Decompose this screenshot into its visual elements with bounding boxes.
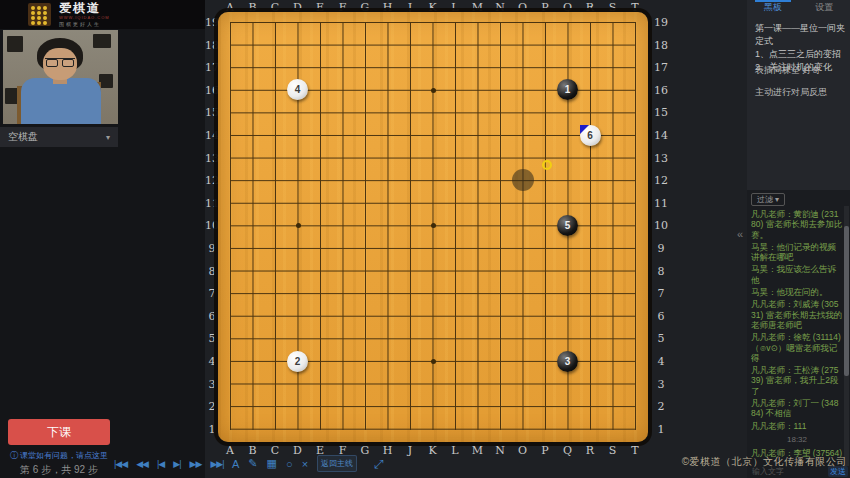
copyright-notice: ©爱棋道（北京）文化传播有限公司 [682, 455, 847, 469]
coordinate-label: 9 [652, 242, 670, 255]
playback-jump-end-button[interactable]: ▶▶| [208, 456, 225, 472]
wall-poster [99, 74, 113, 88]
go-board[interactable]: 123456 [218, 12, 648, 442]
coordinate-label: R [581, 444, 599, 457]
chat-message: 马昊：他现在问的。 [751, 287, 843, 297]
brand-url: WWW.IQIDAO.COM [59, 16, 110, 20]
coordinate-label: L [446, 444, 464, 457]
info-icon: ⓘ [10, 451, 18, 460]
playback-controls: |◀◀◀◀|◀▶|▶▶▶▶| [112, 456, 226, 472]
teacher-webcam-video [3, 30, 118, 124]
stone-white-4[interactable]: 4 [287, 79, 308, 100]
text-label-tool-icon[interactable]: A [232, 458, 239, 470]
coordinate-label: T [626, 444, 644, 457]
end-class-button[interactable]: 下课 [8, 419, 110, 445]
ghost-stone [512, 169, 534, 191]
teacher-pointer-icon [542, 160, 552, 170]
coordinate-label: 5 [652, 332, 670, 345]
coordinate-label: 4 [652, 355, 670, 368]
chat-message-list: 凡凡老师：黄韵迪 (23180) 雷老师长期去参加比赛。马昊：他们记录的视频讲解… [751, 209, 843, 457]
playback-fast-forward-button[interactable]: ▶▶ [188, 456, 204, 472]
stone-black-3[interactable]: 3 [557, 351, 578, 372]
stone-white-6[interactable]: 6 [580, 125, 601, 146]
teacher-shirt [21, 78, 101, 124]
playback-fast-backward-button[interactable]: ◀◀ [134, 456, 150, 472]
coordinate-label: 12 [652, 174, 670, 187]
coordinate-label: J [401, 444, 419, 457]
wall-poster [93, 34, 111, 48]
app-root: 爱棋道 WWW.IQIDAO.COM 围棋更好人生 空棋盘 ▾ 下课 ⓘ 课堂 [0, 0, 850, 478]
brand-title: 爱棋道 [59, 2, 110, 14]
go-board-panel: ABCDEFGHJKLMNOPQRST ABCDEFGHJKLMNOPQRST … [205, 0, 745, 478]
coordinate-label: 19 [652, 16, 670, 29]
right-sidebar: 黑板设置 第一课——星位一间夹定式1、点三三之后的变招2、关注时机的变化 表插同… [747, 0, 850, 478]
last-move-marker [580, 125, 589, 134]
board-grid[interactable]: 123456 [230, 22, 636, 430]
coordinate-label: 16 [652, 84, 670, 97]
coordinate-label: 2 [652, 400, 670, 413]
coordinate-label: O [514, 444, 532, 457]
playback-step-forward-button[interactable]: ▶| [171, 456, 182, 472]
coordinate-label: S [604, 444, 622, 457]
help-link[interactable]: ⓘ 课堂如有问题，请点这里 [0, 450, 118, 461]
coordinate-label: 10 [652, 219, 670, 232]
lesson-note: 主动进行对局反思 [755, 86, 845, 99]
delete-tool-icon[interactable]: × [302, 458, 308, 470]
coordinate-label: 11 [652, 197, 670, 210]
chat-scrollbar[interactable] [844, 206, 849, 474]
hoshi-point [431, 223, 436, 228]
logo-bar: 爱棋道 WWW.IQIDAO.COM 围棋更好人生 [0, 0, 205, 29]
board-select-value: 空棋盘 [8, 130, 38, 144]
chat-message: 凡凡老师：黄韵迪 (23180) 雷老师长期去参加比赛。 [751, 209, 843, 240]
stone-black-1[interactable]: 1 [557, 79, 578, 100]
left-sidebar: 爱棋道 WWW.IQIDAO.COM 围棋更好人生 空棋盘 ▾ 下课 ⓘ 课堂 [0, 0, 205, 478]
chat-message: 凡凡老师：111 [751, 421, 843, 431]
coordinate-label: N [491, 444, 509, 457]
coordinate-label: 3 [652, 378, 670, 391]
help-link-text: 课堂如有问题，请点这里 [20, 451, 108, 460]
hoshi-point [431, 88, 436, 93]
hoshi-point [431, 359, 436, 364]
brand-text: 爱棋道 WWW.IQIDAO.COM 围棋更好人生 [59, 2, 110, 27]
coordinate-label: 15 [652, 106, 670, 119]
chat-message: 凡凡老师：刘威涛 (30531) 雷老师长期去找我的老师唐老师吧 [751, 299, 843, 330]
chat-message: 马昊：我应该怎么告诉他 [751, 264, 843, 285]
stone-black-5[interactable]: 5 [557, 215, 578, 236]
chat-scrollbar-thumb[interactable] [844, 226, 849, 376]
coordinate-label: 14 [652, 129, 670, 142]
coordinate-label: K [424, 444, 442, 457]
outline-line: 1、点三三之后的变招 [755, 48, 845, 61]
coordinate-label: Q [559, 444, 577, 457]
coordinate-label: 18 [652, 39, 670, 52]
annotation-toolbar: A✎▦○×返回主线⤢ [232, 455, 384, 472]
outline-line: 第一课——星位一间夹定式 [755, 22, 845, 48]
board-select-dropdown[interactable]: 空棋盘 ▾ [0, 127, 118, 147]
circle-mark-tool-icon[interactable]: ○ [286, 458, 293, 470]
sidebar-tab-1[interactable]: 黑板 [747, 0, 799, 16]
lesson-note: 表插同株全 好奇 [755, 64, 845, 77]
stone-white-2[interactable]: 2 [287, 351, 308, 372]
sidebar-tab-2[interactable]: 设置 [799, 0, 850, 16]
brush-tool-icon[interactable]: ✎ [248, 457, 257, 470]
playback-step-back-button[interactable]: |◀ [155, 456, 166, 472]
coordinate-label: M [469, 444, 487, 457]
chat-message: 凡凡老师：刘丁一 (34884) 不相信 [751, 398, 843, 419]
chat-message: 凡凡老师：王松涛 (27539) 雷老师，我升上2段了 [751, 365, 843, 396]
fullscreen-icon[interactable]: ⤢ [374, 457, 384, 471]
playback-jump-start-button[interactable]: |◀◀ [112, 456, 129, 472]
chat-panel: 过滤 ▾ 凡凡老师：黄韵迪 (23180) 雷老师长期去参加比赛。马昊：他们记录… [747, 190, 850, 478]
wall-poster [7, 36, 23, 52]
sidebar-tab-bar: 黑板设置 [747, 0, 850, 16]
hoshi-point [296, 223, 301, 228]
chat-timestamp: 18:32 [751, 435, 843, 444]
coordinate-label: 8 [652, 265, 670, 278]
sidebar-collapse-icon[interactable]: « [737, 228, 743, 240]
coordinate-label: 13 [652, 152, 670, 165]
chat-filter-button[interactable]: 过滤 ▾ [751, 193, 785, 206]
chat-message: 凡凡老师：徐乾 (31114)（⊙v⊙）嗯雷老师我记得 [751, 332, 843, 363]
brand-tagline: 围棋更好人生 [59, 22, 110, 27]
chart-tool-icon[interactable]: ▦ [267, 457, 277, 470]
teacher-glasses [45, 58, 75, 67]
coordinate-label: P [536, 444, 554, 457]
coordinate-label: 1 [652, 423, 670, 436]
coordinate-label: 6 [652, 310, 670, 323]
coordinate-label: 17 [652, 61, 670, 74]
coordinate-label: 7 [652, 287, 670, 300]
return-mainline-button[interactable]: 返回主线 [317, 455, 357, 472]
step-status: 第 6 步，共 92 步 [0, 463, 118, 477]
chat-message: 马昊：他们记录的视频讲解在哪吧 [751, 242, 843, 263]
iqidao-logo-icon [28, 3, 51, 26]
caret-down-icon: ▾ [106, 133, 110, 142]
